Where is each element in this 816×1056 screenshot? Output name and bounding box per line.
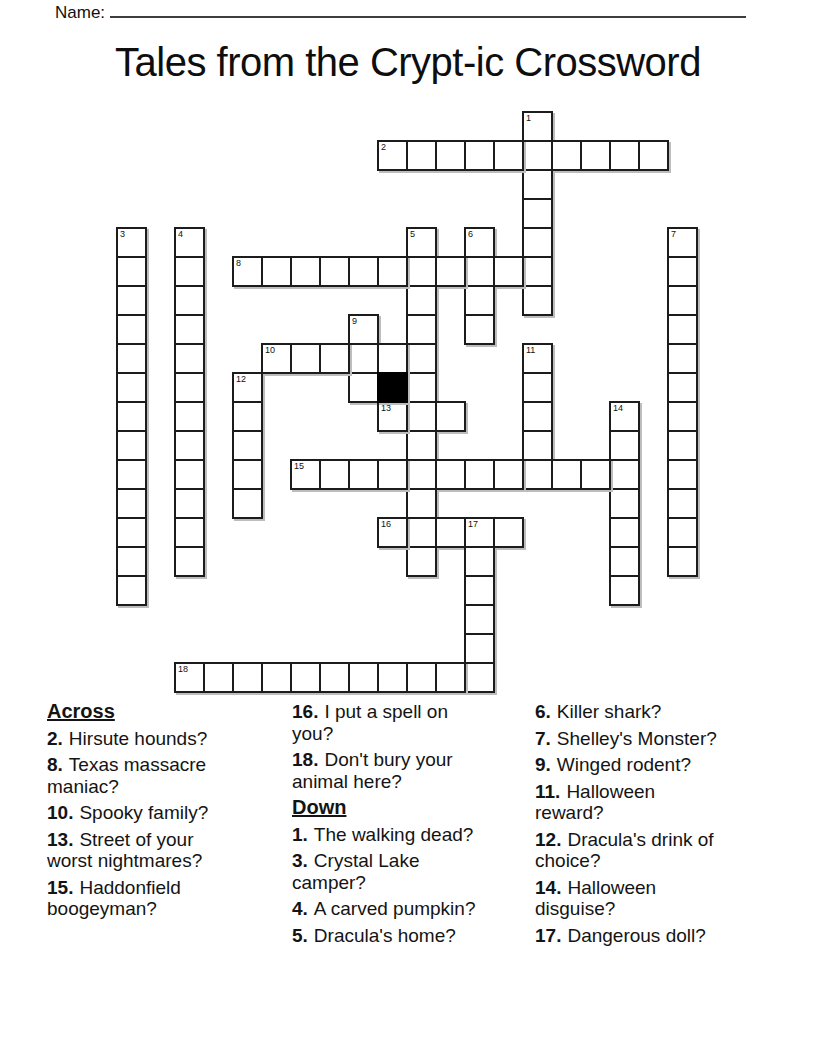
clue-text: Spooky family? [79, 802, 208, 823]
clue-16: 16.I put a spell on you? [292, 701, 530, 744]
cell-r16c12[interactable] [464, 575, 495, 606]
cell-r6c2[interactable] [174, 285, 205, 316]
clue-14: 14.Halloween disguise? [535, 877, 787, 920]
cell-r5c13[interactable] [493, 256, 524, 287]
clue-4: 4.A carved pumpkin? [292, 898, 530, 920]
clue-text: Crystal Lake camper? [292, 850, 419, 893]
cell-r10c9[interactable]: 13 [377, 401, 408, 432]
cell-r5c19[interactable] [667, 256, 698, 287]
cell-r12c6[interactable]: 15 [290, 459, 321, 490]
cell-r11c19[interactable] [667, 430, 698, 461]
cell-r1c17[interactable] [609, 140, 640, 171]
cell-r16c0[interactable] [116, 575, 147, 606]
cell-r12c17[interactable] [609, 459, 640, 490]
cell-r12c14[interactable] [522, 459, 553, 490]
cell-r10c10[interactable] [406, 401, 437, 432]
clue-num-label: 16. [292, 701, 318, 722]
cell-r15c2[interactable] [174, 546, 205, 577]
cell-r10c11[interactable] [435, 401, 466, 432]
clue-2: 2.Hirsute hounds? [47, 728, 285, 750]
across-heading: Across [47, 701, 285, 723]
cell-r5c10[interactable] [406, 256, 437, 287]
cell-r10c14[interactable] [522, 401, 553, 432]
cell-r15c19[interactable] [667, 546, 698, 577]
cell-r11c4[interactable] [232, 430, 263, 461]
cell-r8c2[interactable] [174, 343, 205, 374]
clue-text: Hirsute hounds? [69, 728, 207, 749]
cell-r12c10[interactable] [406, 459, 437, 490]
cell-r5c14[interactable] [522, 256, 553, 287]
clue-text: Winged rodent? [557, 754, 691, 775]
clue-number-14: 14 [613, 403, 623, 414]
cell-r14c0[interactable] [116, 517, 147, 548]
black-cell-r9c9 [377, 372, 408, 403]
worksheet-page: Name: Tales from the Crypt-ic Crossword … [0, 0, 816, 1056]
down-heading: Down [292, 797, 530, 819]
cell-r19c12[interactable] [464, 662, 495, 693]
cell-r1c16[interactable] [580, 140, 611, 171]
clue-1: 1.The walking dead? [292, 824, 530, 846]
cell-r19c4[interactable] [232, 662, 263, 693]
cell-r8c7[interactable] [319, 343, 350, 374]
clue-11: 11.Halloween reward? [535, 781, 787, 824]
clue-text: Texas massacre maniac? [47, 754, 206, 797]
cell-r5c8[interactable] [348, 256, 379, 287]
clue-num-label: 8. [47, 754, 63, 775]
clue-17: 17.Dangerous doll? [535, 925, 787, 947]
clue-number-15: 15 [294, 461, 304, 472]
cell-r19c7[interactable] [319, 662, 350, 693]
cell-r6c12[interactable] [464, 285, 495, 316]
cell-r5c11[interactable] [435, 256, 466, 287]
clue-6: 6.Killer shark? [535, 701, 787, 723]
cell-r4c12[interactable]: 6 [464, 227, 495, 258]
clue-num-label: 9. [535, 754, 551, 775]
cell-r8c8[interactable] [348, 343, 379, 374]
cell-r1c12[interactable] [464, 140, 495, 171]
cell-r4c19[interactable]: 7 [667, 227, 698, 258]
cell-r7c12[interactable] [464, 314, 495, 345]
cell-r4c0[interactable]: 3 [116, 227, 147, 258]
cell-r9c8[interactable] [348, 372, 379, 403]
cell-r6c14[interactable] [522, 285, 553, 316]
cell-r10c2[interactable] [174, 401, 205, 432]
cell-r1c14[interactable] [522, 140, 553, 171]
cell-r6c19[interactable] [667, 285, 698, 316]
cell-r7c0[interactable] [116, 314, 147, 345]
cell-r5c12[interactable] [464, 256, 495, 287]
cell-r12c9[interactable] [377, 459, 408, 490]
cell-r12c2[interactable] [174, 459, 205, 490]
cell-r9c10[interactable] [406, 372, 437, 403]
clue-num-label: 4. [292, 898, 308, 919]
clue-num-label: 14. [535, 877, 561, 898]
cell-r14c9[interactable]: 16 [377, 517, 408, 548]
cell-r9c19[interactable] [667, 372, 698, 403]
cell-r17c12[interactable] [464, 604, 495, 635]
clue-13: 13.Street of your worst nightmares? [47, 829, 285, 872]
clue-number-7: 7 [671, 229, 676, 240]
clue-10: 10.Spooky family? [47, 802, 285, 824]
clue-text: Dangerous doll? [567, 925, 705, 946]
cell-r8c9[interactable] [377, 343, 408, 374]
cell-r19c9[interactable] [377, 662, 408, 693]
cell-r0c14[interactable]: 1 [522, 111, 553, 142]
cell-r8c5[interactable]: 10 [261, 343, 292, 374]
cell-r3c14[interactable] [522, 198, 553, 229]
cell-r15c17[interactable] [609, 546, 640, 577]
cell-r9c0[interactable] [116, 372, 147, 403]
clue-num-label: 1. [292, 824, 308, 845]
cell-r7c19[interactable] [667, 314, 698, 345]
cell-r14c13[interactable] [493, 517, 524, 548]
clue-num-label: 17. [535, 925, 561, 946]
clue-text: Dracula's home? [314, 925, 456, 946]
clue-number-18: 18 [178, 664, 188, 675]
clue-num-label: 15. [47, 877, 73, 898]
cell-r11c0[interactable] [116, 430, 147, 461]
cell-r10c19[interactable] [667, 401, 698, 432]
cell-r9c4[interactable]: 12 [232, 372, 263, 403]
cell-r19c10[interactable] [406, 662, 437, 693]
cell-r5c9[interactable] [377, 256, 408, 287]
cell-r1c15[interactable] [551, 140, 582, 171]
cell-r11c10[interactable] [406, 430, 437, 461]
clue-num-label: 13. [47, 829, 73, 850]
clue-num-label: 3. [292, 850, 308, 871]
cell-r12c16[interactable] [580, 459, 611, 490]
cell-r12c0[interactable] [116, 459, 147, 490]
clue-text: Shelley's Monster? [557, 728, 717, 749]
cell-r7c10[interactable] [406, 314, 437, 345]
clue-number-3: 3 [120, 229, 125, 240]
cell-r14c10[interactable] [406, 517, 437, 548]
cell-r13c4[interactable] [232, 488, 263, 519]
clues-column-1: Across2.Hirsute hounds?8.Texas massacre … [47, 701, 285, 925]
clue-number-6: 6 [468, 229, 473, 240]
cell-r15c12[interactable] [464, 546, 495, 577]
cell-r14c17[interactable] [609, 517, 640, 548]
cell-r13c2[interactable] [174, 488, 205, 519]
cell-r10c0[interactable] [116, 401, 147, 432]
cell-r16c17[interactable] [609, 575, 640, 606]
cell-r19c6[interactable] [290, 662, 321, 693]
cell-r8c10[interactable] [406, 343, 437, 374]
cell-r12c15[interactable] [551, 459, 582, 490]
cell-r19c2[interactable]: 18 [174, 662, 205, 693]
cell-r14c2[interactable] [174, 517, 205, 548]
cell-r5c2[interactable] [174, 256, 205, 287]
cell-r9c14[interactable] [522, 372, 553, 403]
cell-r2c14[interactable] [522, 169, 553, 200]
cell-r15c10[interactable] [406, 546, 437, 577]
clue-5: 5.Dracula's home? [292, 925, 530, 947]
cell-r1c18[interactable] [638, 140, 669, 171]
cell-r10c17[interactable]: 14 [609, 401, 640, 432]
clue-num-label: 2. [47, 728, 63, 749]
cell-r6c10[interactable] [406, 285, 437, 316]
cell-r1c9[interactable]: 2 [377, 140, 408, 171]
clue-12: 12.Dracula's drink of choice? [535, 829, 787, 872]
clue-num-label: 5. [292, 925, 308, 946]
cell-r14c19[interactable] [667, 517, 698, 548]
cell-r12c4[interactable] [232, 459, 263, 490]
clue-num-label: 12. [535, 829, 561, 850]
clue-15: 15.Haddonfield boogeyman? [47, 877, 285, 920]
cell-r13c0[interactable] [116, 488, 147, 519]
clue-18: 18.Don't bury your animal here? [292, 749, 530, 792]
cell-r5c4[interactable]: 8 [232, 256, 263, 287]
clue-num-label: 6. [535, 701, 551, 722]
cell-r4c14[interactable] [522, 227, 553, 258]
cell-r4c2[interactable]: 4 [174, 227, 205, 258]
cell-r8c6[interactable] [290, 343, 321, 374]
cell-r12c19[interactable] [667, 459, 698, 490]
clue-number-12: 12 [236, 374, 246, 385]
clue-number-10: 10 [265, 345, 275, 356]
clue-number-13: 13 [381, 403, 391, 414]
clue-num-label: 7. [535, 728, 551, 749]
cell-r5c7[interactable] [319, 256, 350, 287]
clue-8: 8.Texas massacre maniac? [47, 754, 285, 797]
cell-r14c11[interactable] [435, 517, 466, 548]
cell-r12c13[interactable] [493, 459, 524, 490]
cell-r1c13[interactable] [493, 140, 524, 171]
clue-text: Killer shark? [557, 701, 662, 722]
cell-r19c3[interactable] [203, 662, 234, 693]
clue-text: A carved pumpkin? [314, 898, 476, 919]
cell-r12c8[interactable] [348, 459, 379, 490]
cell-r6c0[interactable] [116, 285, 147, 316]
cell-r19c11[interactable] [435, 662, 466, 693]
clue-number-9: 9 [352, 316, 357, 327]
cell-r18c12[interactable] [464, 633, 495, 664]
cell-r15c0[interactable] [116, 546, 147, 577]
clue-num-label: 10. [47, 802, 73, 823]
cell-r8c0[interactable] [116, 343, 147, 374]
cell-r14c12[interactable]: 17 [464, 517, 495, 548]
cell-r13c17[interactable] [609, 488, 640, 519]
cell-r5c6[interactable] [290, 256, 321, 287]
clue-number-16: 16 [381, 519, 391, 530]
cell-r7c8[interactable]: 9 [348, 314, 379, 345]
clue-num-label: 11. [535, 781, 560, 802]
cell-r1c11[interactable] [435, 140, 466, 171]
cell-r5c0[interactable] [116, 256, 147, 287]
clue-number-1: 1 [526, 113, 531, 124]
clues-column-2: 16.I put a spell on you?18.Don't bury yo… [292, 701, 530, 951]
clue-number-5: 5 [410, 229, 415, 240]
clue-number-4: 4 [178, 229, 183, 240]
clue-3: 3.Crystal Lake camper? [292, 850, 530, 893]
cell-r9c2[interactable] [174, 372, 205, 403]
cell-r12c12[interactable] [464, 459, 495, 490]
cell-r13c19[interactable] [667, 488, 698, 519]
cell-r12c7[interactable] [319, 459, 350, 490]
cell-r8c19[interactable] [667, 343, 698, 374]
clue-number-8: 8 [236, 258, 241, 269]
clue-number-17: 17 [468, 519, 478, 530]
cell-r7c2[interactable] [174, 314, 205, 345]
clue-9: 9.Winged rodent? [535, 754, 787, 776]
clue-num-label: 18. [292, 749, 318, 770]
cell-r11c17[interactable] [609, 430, 640, 461]
cell-r11c14[interactable] [522, 430, 553, 461]
cell-r1c10[interactable] [406, 140, 437, 171]
cell-r8c14[interactable]: 11 [522, 343, 553, 374]
clue-text: Dracula's drink of choice? [535, 829, 714, 872]
clues-column-3: 6.Killer shark?7.Shelley's Monster?9.Win… [535, 701, 787, 951]
cell-r10c4[interactable] [232, 401, 263, 432]
cell-r11c2[interactable] [174, 430, 205, 461]
cell-r19c5[interactable] [261, 662, 292, 693]
clue-text: The walking dead? [314, 824, 474, 845]
cell-r4c10[interactable]: 5 [406, 227, 437, 258]
clue-number-11: 11 [526, 345, 535, 356]
clue-7: 7.Shelley's Monster? [535, 728, 787, 750]
cell-r13c10[interactable] [406, 488, 437, 519]
clue-number-2: 2 [381, 142, 386, 153]
cell-r5c5[interactable] [261, 256, 292, 287]
cell-r19c8[interactable] [348, 662, 379, 693]
cell-r12c11[interactable] [435, 459, 466, 490]
